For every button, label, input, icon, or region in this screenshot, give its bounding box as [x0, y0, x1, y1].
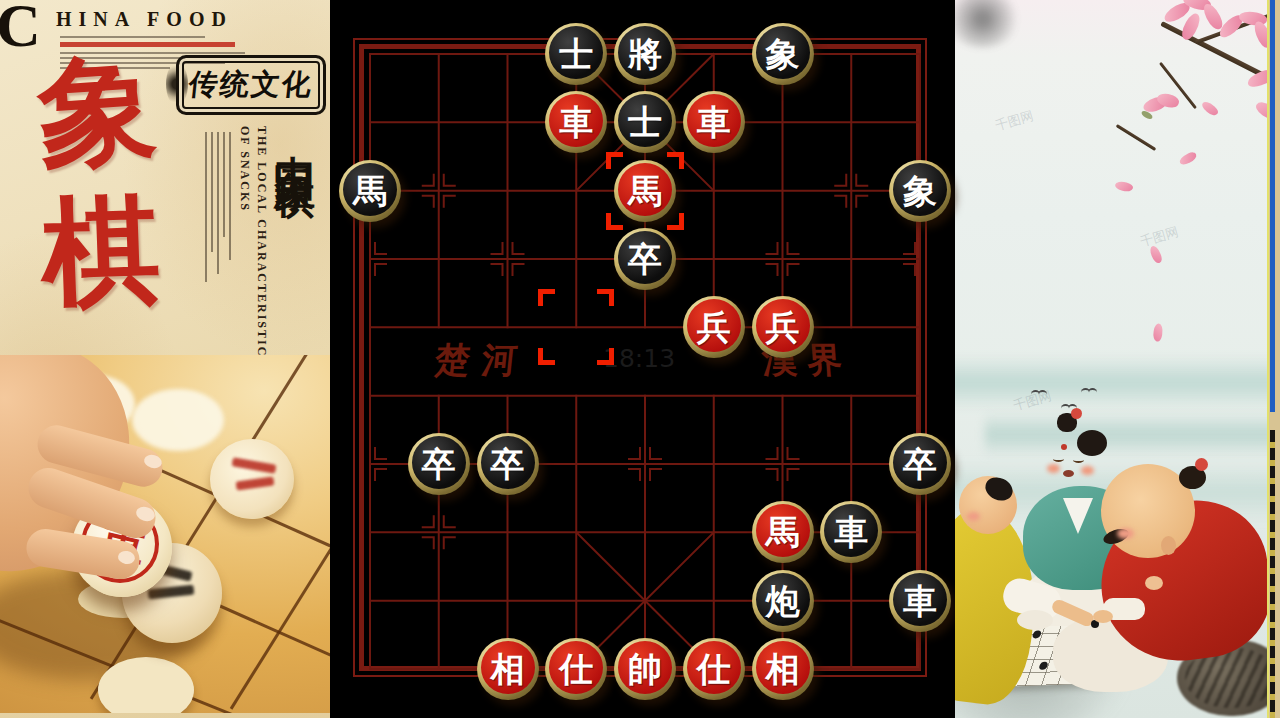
piece-象-black[interactable]: 象 — [889, 160, 951, 222]
piece-卒-black[interactable]: 卒 — [408, 433, 470, 495]
board-grid[interactable]: 楚河 18:13 漢界 士將象車士車馬馬象卒兵兵卒卒卒馬車炮車相仕帥仕相 — [370, 54, 920, 669]
poster-micro-text-column — [211, 132, 213, 252]
hair-flower — [1195, 458, 1208, 471]
piece-車-red[interactable]: 車 — [683, 91, 745, 153]
magnolia-branch — [1116, 124, 1157, 151]
photo-red-piece — [210, 439, 294, 519]
piece-兵-red[interactable]: 兵 — [752, 296, 814, 358]
piece-馬-red[interactable]: 馬 — [752, 501, 814, 563]
poster-photo: 車 — [0, 355, 330, 713]
falling-petal — [1114, 180, 1134, 193]
piece-卒-black[interactable]: 卒 — [477, 433, 539, 495]
board-frame: 楚河 18:13 漢界 士將象車士車馬馬象卒兵兵卒卒卒馬車炮車相仕帥仕相 — [353, 38, 927, 677]
piece-馬-black[interactable]: 馬 — [339, 160, 401, 222]
hair-flower — [1071, 408, 1082, 419]
bird — [1081, 388, 1097, 396]
left-poster-panel: C HINA FOOD 象 棋 传统文化 THE LOCAL CHARACTER… — [0, 0, 330, 718]
piece-仕-red[interactable]: 仕 — [683, 638, 745, 700]
piece-仕-red[interactable]: 仕 — [545, 638, 607, 700]
poster-english-vertical-text: THE LOCAL CHARACTERISTICS OF SNACKS — [236, 126, 270, 376]
screen: C HINA FOOD 象 棋 传统文化 THE LOCAL CHARACTER… — [0, 0, 1280, 718]
piece-兵-red[interactable]: 兵 — [683, 296, 745, 358]
piece-車-black[interactable]: 車 — [889, 570, 951, 632]
seal-text: 传统文化 — [187, 65, 315, 105]
poster-micro-text-column — [205, 132, 207, 282]
falling-petal — [1149, 245, 1164, 265]
mist-band — [955, 355, 1280, 410]
mist-band — [985, 412, 1280, 457]
piece-將-black[interactable]: 將 — [614, 23, 676, 85]
tradition-seal: 传统文化 — [176, 55, 326, 115]
game-timer: 18:13 — [603, 344, 693, 373]
xiangqi-board-panel: 楚河 18:13 漢界 士將象車士車馬馬象卒兵兵卒卒卒馬車炮車相仕帥仕相 — [330, 0, 955, 718]
poster-micro-text-column — [217, 132, 219, 274]
watermark: 千图网 — [1138, 223, 1180, 251]
piece-士-black[interactable]: 士 — [614, 91, 676, 153]
bird — [1031, 390, 1047, 398]
poster-micro-text-column — [223, 132, 225, 237]
piece-士-black[interactable]: 士 — [545, 23, 607, 85]
piece-炮-black[interactable]: 炮 — [752, 570, 814, 632]
photo-bottom-piece — [98, 657, 194, 713]
photo-board-line — [230, 355, 330, 710]
watermark: 千图网 — [993, 107, 1035, 135]
piece-卒-black[interactable]: 卒 — [614, 228, 676, 290]
falling-petal — [1200, 99, 1220, 117]
river-label-left: 楚河 — [410, 337, 555, 384]
blurred-piece — [132, 389, 224, 451]
piece-象-black[interactable]: 象 — [752, 23, 814, 85]
poster-subtitle-vertical: 中国象棋 — [268, 122, 323, 332]
right-edge-strip — [1267, 0, 1280, 718]
piece-馬-red[interactable]: 馬 — [614, 160, 676, 222]
poster-title-char-qi: 棋 — [40, 190, 162, 312]
falling-petal — [1178, 151, 1198, 167]
piece-帥-red[interactable]: 帥 — [614, 638, 676, 700]
piece-卒-black[interactable]: 卒 — [889, 433, 951, 495]
piece-相-red[interactable]: 相 — [477, 638, 539, 700]
falling-petal — [1152, 323, 1164, 342]
poster-title-char-xiang: 象 — [34, 48, 160, 174]
right-art-panel: 千图网 千图网 千图网 千图网 — [955, 0, 1280, 718]
piece-相-red[interactable]: 相 — [752, 638, 814, 700]
poster-brand-text: HINA FOOD — [56, 8, 233, 31]
ink-wash-blob — [955, 0, 1020, 48]
poster-micro-text-column — [229, 132, 231, 260]
